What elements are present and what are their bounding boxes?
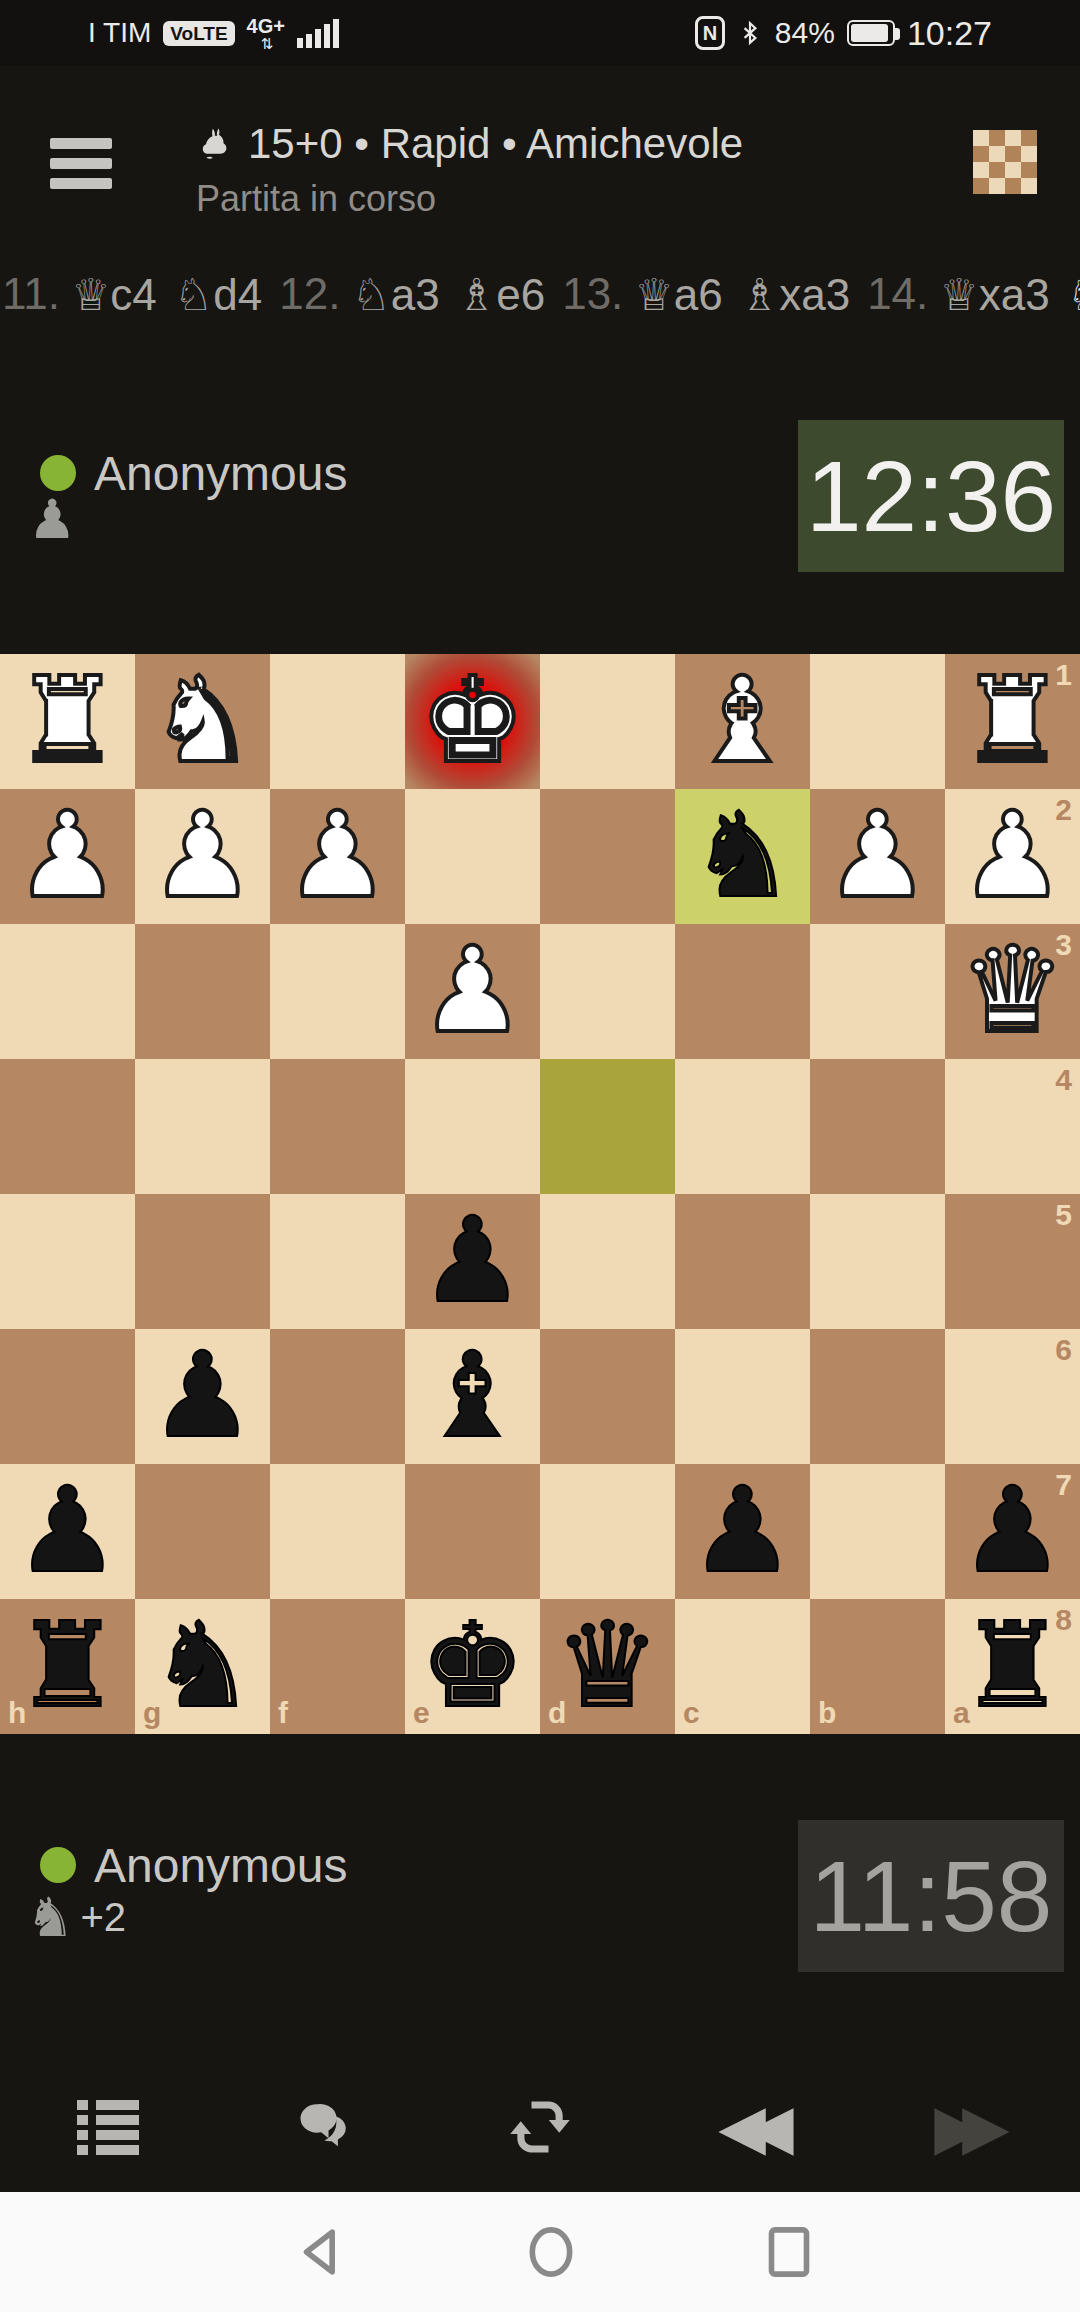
move-san[interactable]: ♘xc2+: [1067, 269, 1080, 320]
square-e8[interactable]: ♚e: [405, 1599, 540, 1734]
square-b2[interactable]: ♟: [810, 789, 945, 924]
black-pawn-c7[interactable]: ♟: [675, 1464, 810, 1599]
square-d6[interactable]: [540, 1329, 675, 1464]
white-pawn-g2[interactable]: ♟: [135, 789, 270, 924]
square-c8[interactable]: c: [675, 1599, 810, 1734]
player-name-top[interactable]: Anonymous: [94, 446, 347, 501]
square-b7[interactable]: [810, 1464, 945, 1599]
square-a3[interactable]: ♛3: [945, 924, 1080, 1059]
move-san[interactable]: ♕xa3: [939, 269, 1049, 320]
clock-bottom: 11:58: [798, 1820, 1064, 1972]
square-g8[interactable]: ♞g: [135, 1599, 270, 1734]
white-pawn-f2[interactable]: ♟: [270, 789, 405, 924]
square-g4[interactable]: [135, 1059, 270, 1194]
player-name-bottom[interactable]: Anonymous: [94, 1838, 347, 1893]
captured-pawn-icon: ♟: [28, 492, 76, 546]
black-pawn-e5[interactable]: ♟: [405, 1194, 540, 1329]
file-label-a: a: [953, 1698, 970, 1728]
flip-icon: [506, 2093, 574, 2161]
rapid-rabbit-icon: [196, 123, 234, 165]
square-e2[interactable]: [405, 789, 540, 924]
square-f5[interactable]: [270, 1194, 405, 1329]
game-header: 15+0 • Rapid • Amichevole: [196, 120, 743, 168]
move-san[interactable]: ♗xa3: [740, 269, 850, 320]
square-d4[interactable]: [540, 1059, 675, 1194]
square-a6[interactable]: 6: [945, 1329, 1080, 1464]
move-number: 13.: [562, 269, 623, 319]
online-dot-top: [40, 455, 76, 491]
square-d7[interactable]: [540, 1464, 675, 1599]
menu-hamburger-button[interactable]: [50, 138, 112, 190]
square-c2[interactable]: ♞: [675, 789, 810, 924]
file-label-e: e: [413, 1698, 430, 1728]
square-g2[interactable]: ♟: [135, 789, 270, 924]
bluetooth-icon: [737, 15, 763, 51]
rank-label-5: 5: [1055, 1200, 1072, 1230]
game-title: 15+0 • Rapid • Amichevole: [248, 120, 743, 168]
white-pawn-b2[interactable]: ♟: [810, 789, 945, 924]
square-e3[interactable]: ♟: [405, 924, 540, 1059]
game-status: Partita in corso: [196, 178, 436, 220]
captured-knight-icon: ♞: [26, 1890, 74, 1944]
rank-label-6: 6: [1055, 1335, 1072, 1365]
square-a1[interactable]: ♜1: [945, 654, 1080, 789]
square-d5[interactable]: [540, 1194, 675, 1329]
square-c7[interactable]: ♟: [675, 1464, 810, 1599]
black-bishop-e6[interactable]: ♝: [405, 1329, 540, 1464]
system-time: 10:27: [907, 14, 992, 53]
android-nav-bar: [0, 2192, 1080, 2312]
square-h1[interactable]: ♜: [0, 654, 135, 789]
square-b1[interactable]: [810, 654, 945, 789]
fast-rewind-icon: ◀◀: [718, 2096, 793, 2158]
square-e1[interactable]: ♚: [405, 654, 540, 789]
move-list[interactable]: 11.♕c4♘d412.♘a3♗e613.♕a6♗xa314.♕xa3♘xc2+: [2, 252, 1080, 336]
move-san[interactable]: ♘d4: [174, 269, 262, 320]
online-dot-bottom: [40, 1847, 76, 1883]
square-f7[interactable]: [270, 1464, 405, 1599]
square-h3[interactable]: [0, 924, 135, 1059]
carrier-label: I TIM: [88, 17, 151, 49]
square-f6[interactable]: [270, 1329, 405, 1464]
data-arrows-icon: ⇅: [261, 36, 272, 51]
rewind-button[interactable]: ◀◀: [648, 2072, 864, 2182]
white-pawn-h2[interactable]: ♟: [0, 789, 135, 924]
square-h8[interactable]: ♜h: [0, 1599, 135, 1734]
square-h4[interactable]: [0, 1059, 135, 1194]
square-h7[interactable]: ♟: [0, 1464, 135, 1599]
rank-label-7: 7: [1055, 1470, 1072, 1500]
move-list-button[interactable]: [0, 2072, 216, 2182]
file-label-d: d: [548, 1698, 566, 1728]
square-b8[interactable]: b: [810, 1599, 945, 1734]
chat-button[interactable]: [216, 2072, 432, 2182]
nfc-icon: N: [695, 16, 725, 50]
list-icon: [77, 2095, 139, 2160]
bottom-toolbar: ◀◀ ▶▶: [0, 2072, 1080, 2182]
square-h2[interactable]: ♟: [0, 789, 135, 924]
move-san[interactable]: ♘a3: [351, 269, 439, 320]
square-g3[interactable]: [135, 924, 270, 1059]
back-triangle-icon: [296, 2224, 352, 2280]
square-a7[interactable]: ♟7: [945, 1464, 1080, 1599]
square-h6[interactable]: [0, 1329, 135, 1464]
square-e7[interactable]: [405, 1464, 540, 1599]
battery-icon: [847, 20, 895, 46]
white-king-e1[interactable]: ♚: [405, 654, 540, 789]
square-c3[interactable]: [675, 924, 810, 1059]
rank-label-1: 1: [1055, 660, 1072, 690]
network-type: 4G+ ⇅: [247, 16, 285, 51]
volte-badge: VoLTE: [163, 21, 234, 46]
square-a2[interactable]: ♟2: [945, 789, 1080, 924]
material-advantage: +2: [80, 1895, 126, 1940]
move-san[interactable]: ♗e6: [457, 269, 545, 320]
move-number: 14.: [867, 269, 928, 319]
file-label-f: f: [278, 1698, 288, 1728]
move-san[interactable]: ♕c4: [71, 269, 157, 320]
battery-percent: 84%: [775, 16, 835, 50]
white-bishop-c1[interactable]: ♝: [675, 654, 810, 789]
status-left: I TIM VoLTE 4G+ ⇅: [88, 16, 339, 51]
square-c5[interactable]: [675, 1194, 810, 1329]
square-b3[interactable]: [810, 924, 945, 1059]
square-a8[interactable]: ♜8a: [945, 1599, 1080, 1734]
square-b5[interactable]: [810, 1194, 945, 1329]
file-label-b: b: [818, 1698, 836, 1728]
white-rook-h1[interactable]: ♜: [0, 654, 135, 789]
square-g6[interactable]: ♟: [135, 1329, 270, 1464]
move-number: 12.: [279, 269, 340, 319]
square-f1[interactable]: [270, 654, 405, 789]
square-c4[interactable]: [675, 1059, 810, 1194]
nav-home-button[interactable]: [523, 2224, 579, 2280]
app-screen: I TIM VoLTE 4G+ ⇅ N 84% 10:27 15+0 • Rap…: [0, 0, 1080, 2312]
square-a4[interactable]: 4: [945, 1059, 1080, 1194]
black-knight-c2[interactable]: ♞: [675, 789, 810, 924]
rank-label-4: 4: [1055, 1065, 1072, 1095]
white-knight-g1[interactable]: ♞: [135, 654, 270, 789]
rank-label-3: 3: [1055, 930, 1072, 960]
file-label-h: h: [8, 1698, 26, 1728]
square-g5[interactable]: [135, 1194, 270, 1329]
black-pawn-g6[interactable]: ♟: [135, 1329, 270, 1464]
fast-forward-icon: ▶▶: [934, 2096, 1009, 2158]
recents-square-icon: [761, 2224, 817, 2280]
clock-top: 12:36: [798, 420, 1064, 572]
square-e4[interactable]: [405, 1059, 540, 1194]
square-h5[interactable]: [0, 1194, 135, 1329]
square-e5[interactable]: ♟: [405, 1194, 540, 1329]
move-san[interactable]: ♕a6: [634, 269, 722, 320]
chat-icon: [290, 2093, 358, 2161]
square-d1[interactable]: [540, 654, 675, 789]
status-right: N 84% 10:27: [695, 14, 992, 53]
rank-label-8: 8: [1055, 1605, 1072, 1635]
home-circle-icon: [523, 2224, 579, 2280]
black-pawn-h7[interactable]: ♟: [0, 1464, 135, 1599]
forward-button[interactable]: ▶▶: [864, 2072, 1080, 2182]
square-g7[interactable]: [135, 1464, 270, 1599]
rank-label-2: 2: [1055, 795, 1072, 825]
captured-line-bottom: ♞ +2: [26, 1890, 126, 1944]
square-b4[interactable]: [810, 1059, 945, 1194]
square-f4[interactable]: [270, 1059, 405, 1194]
square-d8[interactable]: ♛d: [540, 1599, 675, 1734]
nav-recents-button[interactable]: [761, 2224, 817, 2280]
square-c6[interactable]: [675, 1329, 810, 1464]
square-f3[interactable]: [270, 924, 405, 1059]
file-label-c: c: [683, 1698, 700, 1728]
square-d2[interactable]: [540, 789, 675, 924]
chess-board[interactable]: ♜♞♚♝♜1♟♟♟♞♟♟2♟♛34♟5♟♝6♟♟♟7♜h♞gf♚e♛dcb♜8a: [0, 654, 1080, 1734]
flip-board-button[interactable]: [432, 2072, 648, 2182]
square-f2[interactable]: ♟: [270, 789, 405, 924]
status-bar: I TIM VoLTE 4G+ ⇅ N 84% 10:27: [0, 0, 1080, 66]
nav-back-button[interactable]: [296, 2224, 352, 2280]
square-a5[interactable]: 5: [945, 1194, 1080, 1329]
square-f8[interactable]: f: [270, 1599, 405, 1734]
signal-bars-icon: [297, 18, 339, 48]
square-g1[interactable]: ♞: [135, 654, 270, 789]
square-e6[interactable]: ♝: [405, 1329, 540, 1464]
file-label-g: g: [143, 1698, 161, 1728]
square-b6[interactable]: [810, 1329, 945, 1464]
board-thumbnail-icon[interactable]: [973, 130, 1037, 194]
move-number: 11.: [2, 269, 60, 319]
square-d3[interactable]: [540, 924, 675, 1059]
white-pawn-e3[interactable]: ♟: [405, 924, 540, 1059]
square-c1[interactable]: ♝: [675, 654, 810, 789]
